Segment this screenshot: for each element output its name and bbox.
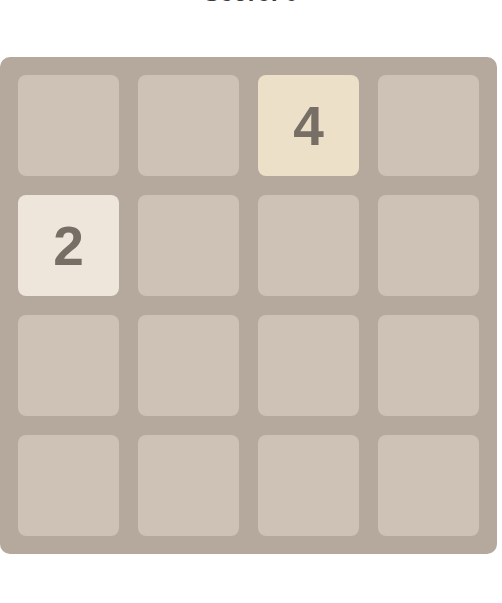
empty-cell-r3c1: [18, 315, 119, 416]
empty-cell-r1c1: [18, 75, 119, 176]
empty-cell-r4c1: [18, 435, 119, 536]
empty-cell-r2c2: [138, 195, 239, 296]
empty-cell-r3c4: [378, 315, 479, 416]
board-2048[interactable]: 42: [0, 57, 497, 554]
tile-4-r1c3: 4: [258, 75, 359, 176]
empty-cell-r2c3: [258, 195, 359, 296]
empty-cell-r4c2: [138, 435, 239, 536]
empty-cell-r1c4: [378, 75, 479, 176]
empty-cell-r1c2: [138, 75, 239, 176]
tile-2-r2c1: 2: [18, 195, 119, 296]
score-text: Score: 0: [0, 0, 502, 5]
empty-cell-r4c3: [258, 435, 359, 536]
empty-cell-r3c3: [258, 315, 359, 416]
empty-cell-r3c2: [138, 315, 239, 416]
empty-cell-r2c4: [378, 195, 479, 296]
empty-cell-r4c4: [378, 435, 479, 536]
